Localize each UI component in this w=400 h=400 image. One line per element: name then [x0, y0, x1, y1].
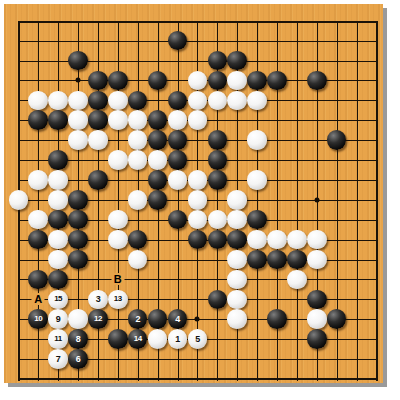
move-number: 11 — [54, 335, 61, 343]
black-stone-move-8: 8 — [68, 329, 88, 349]
move-number: 13 — [114, 295, 122, 303]
black-stone — [267, 309, 287, 329]
move-number: 3 — [96, 295, 101, 304]
white-stone — [227, 290, 247, 310]
white-stone — [287, 270, 307, 290]
white-stone — [208, 210, 228, 230]
white-stone — [48, 170, 68, 190]
white-stone — [28, 91, 48, 111]
white-stone — [148, 329, 168, 349]
white-stone — [227, 91, 247, 111]
white-stone — [227, 270, 247, 290]
grid-line-vertical — [357, 21, 358, 381]
grid-line-horizontal — [18, 160, 378, 161]
white-stone — [68, 110, 88, 130]
white-stone — [287, 230, 307, 250]
white-stone — [48, 230, 68, 250]
black-stone — [247, 71, 267, 91]
black-stone — [208, 150, 228, 170]
white-stone — [128, 130, 148, 150]
white-stone — [88, 130, 108, 150]
black-stone — [68, 250, 88, 270]
black-stone — [327, 130, 347, 150]
white-stone — [128, 110, 148, 130]
white-stone-move-5: 5 — [188, 329, 208, 349]
point-label-B: B — [111, 273, 124, 285]
black-stone — [68, 51, 88, 71]
white-stone — [307, 230, 327, 250]
white-stone — [128, 190, 148, 210]
black-stone — [48, 110, 68, 130]
black-stone — [48, 210, 68, 230]
white-stone — [168, 110, 188, 130]
black-stone — [148, 170, 168, 190]
grid-line-horizontal — [18, 378, 378, 380]
black-stone — [28, 230, 48, 250]
white-stone — [307, 309, 327, 329]
black-stone — [227, 51, 247, 71]
black-stone — [227, 230, 247, 250]
black-stone-move-12: 12 — [88, 309, 108, 329]
black-stone — [148, 130, 168, 150]
white-stone — [68, 309, 88, 329]
black-stone — [287, 250, 307, 270]
move-number: 2 — [135, 315, 140, 324]
white-stone — [227, 71, 247, 91]
move-number: 8 — [76, 335, 81, 344]
black-stone — [208, 51, 228, 71]
white-stone-move-7: 7 — [48, 349, 68, 369]
black-stone — [267, 71, 287, 91]
point-label-A: A — [32, 293, 45, 305]
black-stone — [68, 190, 88, 210]
black-stone — [148, 71, 168, 91]
move-number: 5 — [195, 335, 200, 344]
black-stone — [88, 71, 108, 91]
black-stone — [168, 130, 188, 150]
grid-line-horizontal — [18, 41, 378, 42]
move-number: 10 — [34, 315, 42, 323]
white-stone-move-13: 13 — [108, 290, 128, 310]
white-stone — [307, 250, 327, 270]
white-stone — [267, 230, 287, 250]
white-stone — [128, 150, 148, 170]
black-stone — [168, 91, 188, 111]
white-stone — [9, 190, 29, 210]
black-stone — [128, 230, 148, 250]
white-stone — [48, 190, 68, 210]
white-stone — [188, 190, 208, 210]
move-number: 6 — [76, 355, 81, 364]
move-number: 1 — [175, 335, 180, 344]
white-stone — [247, 130, 267, 150]
move-number: 4 — [175, 315, 180, 324]
grid-line-vertical — [297, 21, 298, 381]
black-stone — [307, 290, 327, 310]
black-stone-move-10: 10 — [28, 309, 48, 329]
white-stone — [48, 91, 68, 111]
white-stone — [188, 110, 208, 130]
white-stone — [188, 170, 208, 190]
go-board[interactable]: 153131091224118141576AB — [4, 4, 383, 383]
white-stone-move-9: 9 — [48, 309, 68, 329]
white-stone — [227, 309, 247, 329]
move-number: 12 — [94, 315, 102, 323]
black-stone — [168, 150, 188, 170]
black-stone — [208, 230, 228, 250]
black-stone — [48, 150, 68, 170]
black-stone — [307, 329, 327, 349]
black-stone — [148, 190, 168, 210]
black-stone — [327, 309, 347, 329]
white-stone — [188, 210, 208, 230]
white-stone-move-11: 11 — [48, 329, 68, 349]
star-point — [314, 197, 319, 202]
white-stone — [108, 150, 128, 170]
white-stone — [48, 250, 68, 270]
white-stone — [148, 150, 168, 170]
black-stone — [208, 130, 228, 150]
black-stone — [28, 270, 48, 290]
black-stone — [247, 210, 267, 230]
black-stone — [108, 71, 128, 91]
black-stone — [68, 210, 88, 230]
black-stone — [168, 31, 188, 51]
white-stone-move-15: 15 — [48, 290, 68, 310]
black-stone — [247, 250, 267, 270]
black-stone — [267, 250, 287, 270]
black-stone — [108, 329, 128, 349]
white-stone — [227, 210, 247, 230]
white-stone — [227, 250, 247, 270]
white-stone — [227, 190, 247, 210]
black-stone — [128, 91, 148, 111]
grid-line-horizontal — [18, 21, 378, 23]
black-stone-move-14: 14 — [128, 329, 148, 349]
move-number: 9 — [56, 315, 61, 324]
white-stone — [208, 91, 228, 111]
black-stone — [208, 71, 228, 91]
white-stone-move-1: 1 — [168, 329, 188, 349]
white-stone — [247, 170, 267, 190]
star-point — [76, 78, 81, 83]
move-number: 15 — [54, 295, 62, 303]
black-stone — [188, 230, 208, 250]
white-stone — [108, 91, 128, 111]
black-stone — [148, 309, 168, 329]
white-stone — [128, 250, 148, 270]
black-stone-move-4: 4 — [168, 309, 188, 329]
move-number: 7 — [56, 355, 61, 364]
white-stone — [68, 130, 88, 150]
white-stone — [108, 210, 128, 230]
black-stone — [28, 110, 48, 130]
star-point — [195, 317, 200, 322]
black-stone — [148, 110, 168, 130]
white-stone — [247, 91, 267, 111]
black-stone — [88, 170, 108, 190]
black-stone-move-6: 6 — [68, 349, 88, 369]
white-stone — [28, 170, 48, 190]
move-number: 14 — [134, 335, 142, 343]
grid-line-horizontal — [18, 279, 378, 280]
white-stone — [188, 91, 208, 111]
black-stone — [208, 170, 228, 190]
black-stone — [88, 91, 108, 111]
black-stone — [168, 210, 188, 230]
black-stone — [88, 110, 108, 130]
black-stone — [48, 270, 68, 290]
white-stone — [108, 110, 128, 130]
black-stone — [208, 290, 228, 310]
black-stone — [307, 71, 327, 91]
white-stone — [108, 230, 128, 250]
black-stone — [68, 230, 88, 250]
white-stone — [28, 210, 48, 230]
white-stone — [168, 170, 188, 190]
white-stone — [188, 71, 208, 91]
black-stone-move-2: 2 — [128, 309, 148, 329]
white-stone — [247, 230, 267, 250]
white-stone-move-3: 3 — [88, 290, 108, 310]
grid-line-vertical — [376, 21, 378, 381]
white-stone — [68, 91, 88, 111]
